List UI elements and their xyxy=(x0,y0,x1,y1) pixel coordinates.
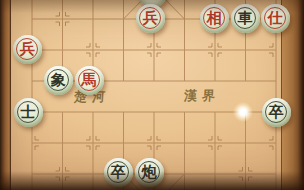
piece-character: 相 xyxy=(200,4,229,33)
move-indicator-dot xyxy=(233,102,253,122)
piece-red-advisor[interactable]: 仕 xyxy=(261,4,290,33)
piece-red-elephant[interactable]: 相 xyxy=(200,4,229,33)
piece-black-elephant[interactable]: 象 xyxy=(44,66,73,95)
piece-red-soldier-a[interactable]: 兵 xyxy=(13,35,42,64)
piece-character: 炮 xyxy=(135,158,164,187)
piece-character: 兵 xyxy=(136,4,165,33)
piece-character: 兵 xyxy=(13,35,42,64)
piece-character: 仕 xyxy=(261,4,290,33)
piece-black-soldier-d[interactable]: 卒 xyxy=(104,158,133,187)
piece-character: 卒 xyxy=(104,158,133,187)
wood-border-left xyxy=(0,0,11,190)
piece-red-soldier-e[interactable]: 兵 xyxy=(136,4,165,33)
piece-character: 卒 xyxy=(262,98,291,127)
piece-character: 車 xyxy=(231,4,260,33)
piece-character: 士 xyxy=(14,98,43,127)
piece-character: 馬 xyxy=(75,66,104,95)
piece-character: 象 xyxy=(44,66,73,95)
piece-black-advisor[interactable]: 士 xyxy=(14,98,43,127)
piece-red-horse[interactable]: 馬 xyxy=(75,66,104,95)
piece-black-soldier-i[interactable]: 卒 xyxy=(262,98,291,127)
xiangqi-board: 楚河 漢界 兵相車仕兵象馬士卒卒炮 xyxy=(0,0,304,190)
piece-black-cannon[interactable]: 炮 xyxy=(135,158,164,187)
river-label-hanjie: 漢界 xyxy=(183,87,220,105)
piece-black-chariot[interactable]: 車 xyxy=(231,4,260,33)
